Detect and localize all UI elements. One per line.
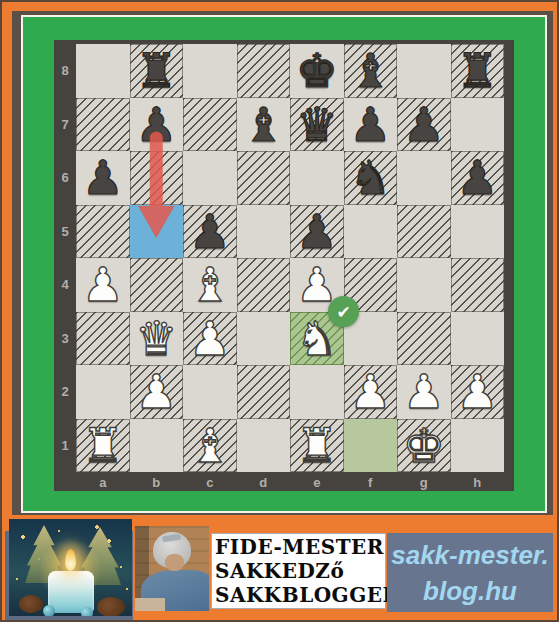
square-g7[interactable]: ♟ — [397, 98, 451, 152]
square-d2[interactable] — [237, 365, 291, 419]
square-b8[interactable]: ♜ — [130, 44, 184, 98]
square-h4[interactable] — [451, 258, 505, 312]
file-label-d: d — [237, 473, 291, 491]
square-f8[interactable]: ♝ — [344, 44, 398, 98]
square-f5[interactable] — [344, 205, 398, 259]
square-a2[interactable] — [76, 365, 130, 419]
piece-black-knight[interactable]: ♞ — [344, 151, 398, 205]
square-b5[interactable] — [130, 205, 184, 259]
piece-black-bishop[interactable]: ♝ — [344, 44, 398, 98]
square-e2[interactable] — [290, 365, 344, 419]
rank-label-6: 6 — [54, 151, 76, 205]
square-h5[interactable] — [451, 205, 505, 259]
chess-app-background: 87654321 abcdefgh ✔ ♜♚♝♜♟♝♛♟♟♟♞♟♟♟♟♝♟♛♟♞… — [21, 15, 547, 513]
square-g1[interactable]: ♚ — [397, 419, 451, 473]
piece-black-pawn[interactable]: ♟ — [290, 205, 344, 259]
square-g6[interactable] — [397, 151, 451, 205]
square-c1[interactable]: ♝ — [183, 419, 237, 473]
square-d4[interactable] — [237, 258, 291, 312]
fide-line-1: FIDE-MESTER — [215, 535, 385, 559]
square-a4[interactable]: ♟ — [76, 258, 130, 312]
square-c5[interactable]: ♟ — [183, 205, 237, 259]
square-c4[interactable]: ♝ — [183, 258, 237, 312]
square-a5[interactable] — [76, 205, 130, 259]
blog-url-panel[interactable]: sakk-mester. blog.hu — [387, 533, 553, 612]
square-a3[interactable] — [76, 312, 130, 366]
square-h2[interactable]: ♟ — [451, 365, 505, 419]
square-a8[interactable] — [76, 44, 130, 98]
rank-label-8: 8 — [54, 44, 76, 98]
piece-white-pawn[interactable]: ♟ — [451, 365, 505, 419]
piece-white-king[interactable]: ♚ — [397, 419, 451, 473]
square-h7[interactable] — [451, 98, 505, 152]
square-a7[interactable] — [76, 98, 130, 152]
pinecone — [97, 597, 125, 616]
square-d3[interactable] — [237, 312, 291, 366]
square-c7[interactable] — [183, 98, 237, 152]
square-d1[interactable] — [237, 419, 291, 473]
rank-label-7: 7 — [54, 98, 76, 152]
piece-black-bishop[interactable]: ♝ — [237, 98, 291, 152]
piece-black-pawn[interactable]: ♟ — [130, 98, 184, 152]
piece-white-bishop[interactable]: ♝ — [183, 419, 237, 473]
file-label-a: a — [76, 473, 130, 491]
square-e5[interactable]: ♟ — [290, 205, 344, 259]
piece-black-pawn[interactable]: ♟ — [76, 151, 130, 205]
square-d6[interactable] — [237, 151, 291, 205]
square-b1[interactable] — [130, 419, 184, 473]
piece-black-pawn[interactable]: ♟ — [451, 151, 505, 205]
square-b3[interactable]: ♛ — [130, 312, 184, 366]
chess-board: 87654321 abcdefgh ✔ ♜♚♝♜♟♝♛♟♟♟♞♟♟♟♟♝♟♛♟♞… — [54, 40, 514, 491]
coach-face — [165, 554, 184, 571]
piece-white-rook[interactable]: ♜ — [76, 419, 130, 473]
file-label-g: g — [397, 473, 451, 491]
square-b6[interactable] — [130, 151, 184, 205]
blog-url-line-2[interactable]: blog.hu — [423, 573, 517, 609]
square-c3[interactable]: ♟ — [183, 312, 237, 366]
square-f2[interactable]: ♟ — [344, 365, 398, 419]
file-label-e: e — [290, 473, 344, 491]
square-d8[interactable] — [237, 44, 291, 98]
christmas-candle-photo — [9, 519, 132, 616]
piece-black-rook[interactable]: ♜ — [451, 44, 505, 98]
ornament — [43, 605, 55, 616]
square-f7[interactable]: ♟ — [344, 98, 398, 152]
piece-white-pawn[interactable]: ♟ — [130, 365, 184, 419]
square-c8[interactable] — [183, 44, 237, 98]
board-squares: ✔ ♜♚♝♜♟♝♛♟♟♟♞♟♟♟♟♝♟♛♟♞♟♟♟♟♜♝♜♚ — [76, 44, 504, 472]
square-g3[interactable] — [397, 312, 451, 366]
square-d5[interactable] — [237, 205, 291, 259]
fide-line-3: SAKKBLOGGER — [215, 583, 385, 607]
file-label-f: f — [344, 473, 398, 491]
square-g4[interactable] — [397, 258, 451, 312]
square-h8[interactable]: ♜ — [451, 44, 505, 98]
pinecone — [19, 595, 43, 613]
piece-white-queen[interactable]: ♛ — [130, 312, 184, 366]
piece-white-pawn[interactable]: ♟ — [397, 365, 451, 419]
piece-white-rook[interactable]: ♜ — [290, 419, 344, 473]
blog-url-line-1[interactable]: sakk-mester. — [391, 537, 549, 573]
square-a1[interactable]: ♜ — [76, 419, 130, 473]
rank-label-1: 1 — [54, 419, 76, 473]
file-label-c: c — [183, 473, 237, 491]
coach-table — [135, 598, 165, 611]
square-c6[interactable] — [183, 151, 237, 205]
ornament — [81, 607, 93, 616]
piece-white-bishop[interactable]: ♝ — [183, 258, 237, 312]
rank-label-5: 5 — [54, 205, 76, 259]
square-e8[interactable]: ♚ — [290, 44, 344, 98]
square-b2[interactable]: ♟ — [130, 365, 184, 419]
file-label-b: b — [130, 473, 184, 491]
square-g2[interactable]: ♟ — [397, 365, 451, 419]
fide-title-box: FIDE-MESTER SAKKEDZő SAKKBLOGGER — [211, 533, 386, 609]
square-c2[interactable] — [183, 365, 237, 419]
square-b7[interactable]: ♟ — [130, 98, 184, 152]
piece-black-pawn[interactable]: ♟ — [183, 205, 237, 259]
square-g8[interactable] — [397, 44, 451, 98]
rank-label-3: 3 — [54, 312, 76, 366]
square-h3[interactable] — [451, 312, 505, 366]
square-e6[interactable] — [290, 151, 344, 205]
piece-black-pawn[interactable]: ♟ — [397, 98, 451, 152]
square-f6[interactable]: ♞ — [344, 151, 398, 205]
square-h1[interactable] — [451, 419, 505, 473]
piece-white-pawn[interactable]: ♟ — [344, 365, 398, 419]
square-h6[interactable]: ♟ — [451, 151, 505, 205]
square-b4[interactable] — [130, 258, 184, 312]
piece-white-pawn[interactable]: ♟ — [76, 258, 130, 312]
square-f1[interactable] — [344, 419, 398, 473]
square-d7[interactable]: ♝ — [237, 98, 291, 152]
square-e1[interactable]: ♜ — [290, 419, 344, 473]
correct-move-badge: ✔ — [328, 296, 359, 327]
fide-line-2: SAKKEDZő — [215, 559, 385, 583]
piece-black-pawn[interactable]: ♟ — [344, 98, 398, 152]
square-e7[interactable]: ♛ — [290, 98, 344, 152]
piece-black-king[interactable]: ♚ — [290, 44, 344, 98]
piece-black-queen[interactable]: ♛ — [290, 98, 344, 152]
piece-white-pawn[interactable]: ♟ — [183, 312, 237, 366]
piece-black-rook[interactable]: ♜ — [130, 44, 184, 98]
rank-label-2: 2 — [54, 365, 76, 419]
square-g5[interactable] — [397, 205, 451, 259]
square-a6[interactable]: ♟ — [76, 151, 130, 205]
chess-coach-photo — [135, 526, 209, 611]
file-label-h: h — [451, 473, 505, 491]
page: 87654321 abcdefgh ✔ ♜♚♝♜♟♝♛♟♟♟♞♟♟♟♟♝♟♛♟♞… — [0, 0, 559, 622]
chess-app-screenshot-frame: 87654321 abcdefgh ✔ ♜♚♝♜♟♝♛♟♟♟♞♟♟♟♟♝♟♛♟♞… — [12, 11, 553, 515]
candle-flame — [65, 549, 76, 571]
rank-label-4: 4 — [54, 258, 76, 312]
check-icon: ✔ — [336, 302, 350, 322]
